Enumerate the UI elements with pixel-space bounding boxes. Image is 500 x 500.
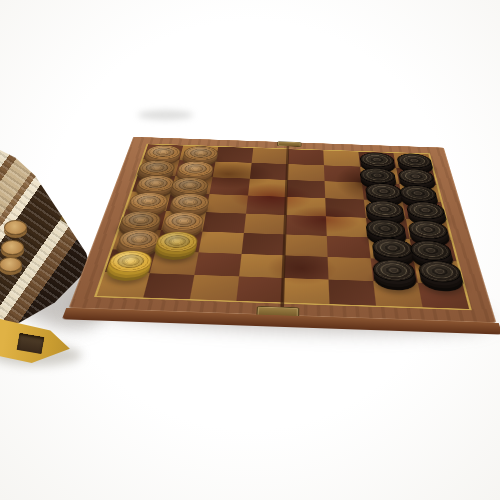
square-g2 [360,167,399,184]
square-b2 [175,160,215,177]
checker-light-b6 [154,231,199,252]
square-a5 [120,209,167,230]
checker-light-b4 [169,193,210,211]
square-b4 [166,193,209,212]
checker-light-b2 [176,161,214,177]
square-f7 [328,257,374,281]
checker-dark-g4 [365,200,405,219]
square-a2 [138,159,179,176]
checker-dark-g1 [359,152,395,167]
checker-light-a7 [106,250,154,273]
checker-light-b3 [170,177,210,194]
checker-dark-h7 [417,260,464,283]
checker-light-a4 [127,192,169,210]
checker-dark-g6 [371,237,414,258]
square-h7 [414,260,463,284]
checker-dark-h6 [409,240,454,262]
square-g5 [366,218,410,239]
checker-dark-h2 [397,168,435,184]
inlaid-box-counter [1,240,24,255]
square-f3 [325,181,364,199]
square-a4 [126,191,171,210]
square-g1 [358,152,396,168]
square-f4 [325,198,366,218]
square-g7 [371,258,418,282]
checker-dark-h1 [396,153,433,168]
box-recess [17,333,45,354]
square-d7 [239,254,285,278]
square-c7 [194,252,241,276]
square-d6 [242,233,286,255]
square-h8 [418,283,469,309]
checker-dark-g3 [365,183,404,200]
square-e1 [288,149,324,165]
square-a3 [132,175,175,193]
square-c3 [209,177,249,195]
square-d2 [250,163,288,180]
square-d1 [252,148,289,164]
square-e3 [287,180,326,198]
square-e4 [286,197,326,217]
checker-dark-g7 [372,259,417,282]
square-g4 [364,200,406,220]
square-h4 [402,201,445,221]
checker-dark-h4 [405,201,446,220]
square-b1 [179,146,218,162]
checker-light-b1 [182,146,219,161]
checker-dark-g5 [365,219,406,239]
square-h2 [396,168,436,185]
square-b8 [143,273,194,299]
inlaid-box-counter [0,257,22,272]
checker-dark-h3 [398,185,438,203]
square-e6 [285,234,328,256]
square-b3 [171,176,213,194]
square-c2 [213,162,252,179]
square-f8 [329,280,377,306]
square-c8 [190,275,239,301]
square-d5 [244,214,286,235]
photo-scene [0,0,500,500]
square-c4 [206,194,248,213]
square-b6 [156,230,203,252]
checker-light-a6 [116,229,162,250]
checker-light-a1 [144,145,182,160]
square-a8 [97,272,150,298]
square-h3 [399,184,441,202]
square-e8 [283,278,330,304]
square-c5 [202,212,246,233]
checker-dark-g2 [359,167,396,183]
checkers-board [69,137,497,323]
square-h5 [406,219,451,240]
square-d8 [236,276,283,302]
square-c6 [199,232,244,254]
square-g6 [368,237,413,260]
inlaid-box-counter [4,220,27,235]
square-f2 [324,165,362,182]
square-g3 [362,183,403,201]
square-b5 [161,211,206,232]
square-g8 [373,281,422,307]
square-a7 [105,249,156,273]
square-f1 [323,150,360,166]
square-e7 [284,255,329,279]
square-b7 [150,251,199,275]
square-f5 [326,216,368,237]
checker-light-a3 [135,175,176,192]
hinge-top [277,141,301,146]
checker-light-b5 [162,211,205,231]
square-e2 [287,164,324,181]
checker-light-a5 [119,210,163,230]
square-e5 [285,215,326,236]
square-c1 [215,147,253,163]
background-smudge [138,110,193,120]
square-h6 [410,239,457,262]
checker-dark-h5 [407,220,450,240]
square-a6 [113,229,161,251]
square-f6 [327,236,371,258]
square-d4 [246,196,287,215]
square-a1 [143,144,183,160]
square-h1 [393,153,432,169]
square-d3 [248,179,287,197]
checker-light-a2 [137,160,176,176]
